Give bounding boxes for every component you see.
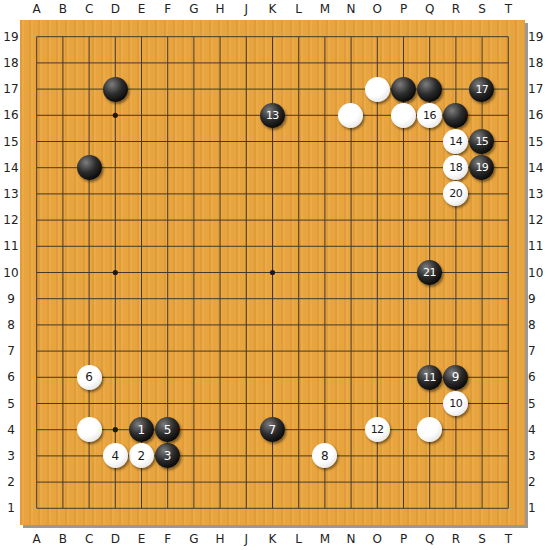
setup-black-stone-R16: [443, 103, 468, 128]
intersection-O4: 12: [364, 416, 390, 442]
intersection-E3: 2: [128, 443, 154, 469]
intersections-grid: 123456789101112131415161718192021: [24, 24, 522, 522]
bottom-label-F: F: [155, 531, 181, 547]
move-4-white-stone-D3: 4: [103, 443, 128, 468]
intersection-M3: 8: [312, 443, 338, 469]
bottom-label-T: T: [495, 531, 521, 547]
bottom-label-O: O: [364, 531, 390, 547]
go-diagram-page: 123456789101112131415161718192021 AABBCC…: [0, 0, 550, 550]
left-label-19: 19: [2, 29, 20, 45]
setup-white-stone-C4: [77, 417, 102, 442]
bottom-label-K: K: [260, 531, 286, 547]
left-label-18: 18: [2, 55, 20, 71]
bottom-label-J: J: [233, 531, 259, 547]
right-label-19: 19: [528, 29, 548, 45]
setup-white-stone-N16: [338, 103, 363, 128]
bottom-label-N: N: [338, 531, 364, 547]
intersection-R15: 14: [443, 128, 469, 154]
right-label-16: 16: [528, 107, 548, 123]
intersection-E4: 1: [128, 416, 154, 442]
top-label-O: O: [364, 1, 390, 17]
right-label-3: 3: [528, 448, 548, 464]
left-label-12: 12: [2, 212, 20, 228]
move-number: 16: [423, 110, 436, 121]
move-7-black-stone-K4: 7: [260, 417, 285, 442]
setup-black-stone-D17: [103, 77, 128, 102]
move-number: 4: [111, 450, 119, 462]
left-label-3: 3: [2, 448, 20, 464]
right-label-1: 1: [528, 500, 548, 516]
top-label-T: T: [495, 1, 521, 17]
move-3-black-stone-F3: 3: [155, 443, 180, 468]
right-label-6: 6: [528, 369, 548, 385]
top-label-A: A: [24, 1, 50, 17]
right-label-17: 17: [528, 81, 548, 97]
move-17-black-stone-S17: 17: [469, 77, 494, 102]
left-label-15: 15: [2, 134, 20, 150]
move-number: 15: [475, 136, 488, 147]
intersection-S17: 17: [469, 76, 495, 102]
right-label-2: 2: [528, 474, 548, 490]
intersection-O17: [364, 76, 390, 102]
left-label-14: 14: [2, 160, 20, 176]
move-number: 8: [321, 450, 329, 462]
move-2-white-stone-E3: 2: [129, 443, 154, 468]
top-label-L: L: [286, 1, 312, 17]
right-label-13: 13: [528, 186, 548, 202]
intersection-D3: 4: [102, 443, 128, 469]
right-label-14: 14: [528, 160, 548, 176]
bottom-label-P: P: [391, 531, 417, 547]
move-number: 13: [266, 110, 279, 121]
move-14-white-stone-R15: 14: [443, 129, 468, 154]
move-5-black-stone-F4: 5: [155, 417, 180, 442]
intersection-Q17: [416, 76, 442, 102]
intersection-C14: [76, 155, 102, 181]
left-label-17: 17: [2, 81, 20, 97]
top-label-P: P: [391, 1, 417, 17]
setup-white-stone-O17: [365, 77, 390, 102]
bottom-label-R: R: [443, 531, 469, 547]
left-label-4: 4: [2, 422, 20, 438]
top-label-S: S: [469, 1, 495, 17]
move-6-white-stone-C6: 6: [77, 365, 102, 390]
intersection-K16: 13: [259, 102, 285, 128]
move-11-black-stone-Q6: 11: [417, 365, 442, 390]
move-number: 5: [164, 424, 172, 436]
setup-black-stone-P17: [391, 77, 416, 102]
top-label-R: R: [443, 1, 469, 17]
top-label-J: J: [233, 1, 259, 17]
left-label-6: 6: [2, 369, 20, 385]
intersection-D17: [102, 76, 128, 102]
intersection-C4: [76, 416, 102, 442]
intersection-Q6: 11: [416, 364, 442, 390]
intersection-Q4: [416, 416, 442, 442]
move-number: 17: [475, 84, 488, 95]
setup-white-stone-P16: [391, 103, 416, 128]
intersection-F3: 3: [155, 443, 181, 469]
bottom-label-L: L: [286, 531, 312, 547]
move-number: 1: [138, 424, 146, 436]
top-label-H: H: [207, 1, 233, 17]
intersection-P17: [390, 76, 416, 102]
bottom-label-S: S: [469, 531, 495, 547]
move-19-black-stone-S14: 19: [469, 155, 494, 180]
bottom-label-Q: Q: [417, 531, 443, 547]
intersection-S14: 19: [469, 155, 495, 181]
move-number: 20: [449, 188, 462, 199]
bottom-label-C: C: [76, 531, 102, 547]
left-label-2: 2: [2, 474, 20, 490]
move-number: 6: [85, 371, 93, 383]
move-18-white-stone-R14: 18: [443, 155, 468, 180]
intersection-R13: 20: [443, 181, 469, 207]
move-number: 19: [475, 162, 488, 173]
intersection-R5: 10: [443, 390, 469, 416]
move-20-white-stone-R13: 20: [443, 181, 468, 206]
move-number: 21: [423, 267, 436, 278]
left-label-7: 7: [2, 343, 20, 359]
intersection-Q16: 16: [416, 102, 442, 128]
move-10-white-stone-R5: 10: [443, 391, 468, 416]
right-label-12: 12: [528, 212, 548, 228]
move-number: 9: [452, 371, 460, 383]
go-board: 123456789101112131415161718192021: [20, 20, 525, 525]
top-label-D: D: [102, 1, 128, 17]
left-label-1: 1: [2, 500, 20, 516]
left-label-8: 8: [2, 317, 20, 333]
move-12-white-stone-O4: 12: [365, 417, 390, 442]
move-15-black-stone-S15: 15: [469, 129, 494, 154]
move-number: 3: [164, 450, 172, 462]
right-label-7: 7: [528, 343, 548, 359]
intersection-Q10: 21: [416, 259, 442, 285]
left-label-16: 16: [2, 107, 20, 123]
move-number: 7: [269, 424, 277, 436]
right-label-8: 8: [528, 317, 548, 333]
intersection-F4: 5: [155, 416, 181, 442]
bottom-label-B: B: [50, 531, 76, 547]
top-label-M: M: [312, 1, 338, 17]
left-label-10: 10: [2, 265, 20, 281]
move-9-black-stone-R6: 9: [443, 365, 468, 390]
move-number: 10: [449, 398, 462, 409]
setup-black-stone-Q17: [417, 77, 442, 102]
right-label-9: 9: [528, 291, 548, 307]
bottom-label-E: E: [129, 531, 155, 547]
top-label-C: C: [76, 1, 102, 17]
left-label-9: 9: [2, 291, 20, 307]
right-label-18: 18: [528, 55, 548, 71]
bottom-label-M: M: [312, 531, 338, 547]
top-label-K: K: [260, 1, 286, 17]
intersection-K4: 7: [259, 416, 285, 442]
top-label-B: B: [50, 1, 76, 17]
left-label-11: 11: [2, 238, 20, 254]
top-label-N: N: [338, 1, 364, 17]
left-label-5: 5: [2, 396, 20, 412]
move-number: 18: [449, 162, 462, 173]
bottom-label-D: D: [102, 531, 128, 547]
right-label-10: 10: [528, 265, 548, 281]
right-label-11: 11: [528, 238, 548, 254]
move-13-black-stone-K16: 13: [260, 103, 285, 128]
top-label-F: F: [155, 1, 181, 17]
right-label-4: 4: [528, 422, 548, 438]
top-label-Q: Q: [417, 1, 443, 17]
move-number: 11: [423, 372, 436, 383]
intersection-R16: [443, 102, 469, 128]
move-number: 14: [449, 136, 462, 147]
move-1-black-stone-E4: 1: [129, 417, 154, 442]
move-21-black-stone-Q10: 21: [417, 260, 442, 285]
left-label-13: 13: [2, 186, 20, 202]
intersection-N16: [338, 102, 364, 128]
move-number: 2: [138, 450, 146, 462]
intersection-S15: 15: [469, 128, 495, 154]
bottom-label-A: A: [24, 531, 50, 547]
intersection-R14: 18: [443, 155, 469, 181]
move-8-white-stone-M3: 8: [312, 443, 337, 468]
setup-white-stone-Q4: [417, 417, 442, 442]
right-label-5: 5: [528, 396, 548, 412]
top-label-E: E: [129, 1, 155, 17]
setup-black-stone-C14: [77, 155, 102, 180]
top-label-G: G: [181, 1, 207, 17]
move-16-white-stone-Q16: 16: [417, 103, 442, 128]
right-label-15: 15: [528, 134, 548, 150]
bottom-label-G: G: [181, 531, 207, 547]
intersection-P16: [390, 102, 416, 128]
bottom-label-H: H: [207, 531, 233, 547]
intersection-R6: 9: [443, 364, 469, 390]
move-number: 12: [371, 424, 384, 435]
intersection-C6: 6: [76, 364, 102, 390]
